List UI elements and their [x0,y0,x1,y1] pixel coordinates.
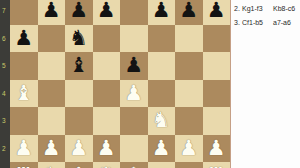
white-pawn: ♟ [124,83,143,104]
square-c1[interactable]: ♝ [65,162,93,168]
square-d3[interactable] [93,107,121,135]
square-g3[interactable] [175,107,203,135]
square-d2[interactable]: ♟ [93,135,121,163]
square-a5[interactable] [10,52,38,80]
square-d1[interactable]: ♛ [93,162,121,168]
square-b1[interactable]: ♞ [38,162,66,168]
move-number: 3. [234,16,242,30]
move-row-3: 3. Cf1-b5 a7-a6 [231,16,300,30]
square-g6[interactable] [175,25,203,53]
square-h5[interactable] [203,52,231,80]
square-a2[interactable]: ♟ [10,135,38,163]
black-pawn: ♟ [97,0,116,21]
square-e4[interactable]: ♟ [120,80,148,108]
square-a6[interactable]: ♟ [10,25,38,53]
black-pawn: ♟ [124,55,143,76]
square-g5[interactable] [175,52,203,80]
white-bishop: ♝ [69,165,88,168]
square-f5[interactable] [148,52,176,80]
square-c3[interactable] [65,107,93,135]
square-h7[interactable]: ♟ [203,0,231,25]
white-pawn: ♟ [97,138,116,159]
square-f3[interactable]: ♞ [148,107,176,135]
black-pawn: ♟ [69,0,88,21]
square-g1[interactable] [175,162,203,168]
square-g4[interactable] [175,80,203,108]
square-b3[interactable] [38,107,66,135]
rank-label-4: 4 [2,91,6,98]
square-d5[interactable] [93,52,121,80]
board-viewport: 7 6 5 4 3 2 ♟♟♟♟♟♟♟♞♝♟♝♟♞♟♟♟♟♟♟♟♜♞♝♛♚♜ [0,0,230,168]
rank-label-2: 2 [2,146,6,153]
white-queen: ♛ [97,165,116,168]
square-g2[interactable]: ♟ [175,135,203,163]
square-f7[interactable]: ♟ [148,0,176,25]
square-e6[interactable] [120,25,148,53]
white-pawn: ♟ [69,138,88,159]
white-knight: ♞ [152,110,171,131]
square-c7[interactable]: ♟ [65,0,93,25]
square-h6[interactable] [203,25,231,53]
square-c5[interactable]: ♝ [65,52,93,80]
square-d4[interactable] [93,80,121,108]
square-a4[interactable]: ♝ [10,80,38,108]
square-d6[interactable] [93,25,121,53]
white-pawn: ♟ [152,138,171,159]
rank-label-6: 6 [2,36,6,43]
black-pawn: ♟ [14,28,33,49]
white-pawn: ♟ [179,138,198,159]
square-e7[interactable] [120,0,148,25]
square-b5[interactable] [38,52,66,80]
square-b4[interactable] [38,80,66,108]
square-c2[interactable]: ♟ [65,135,93,163]
move-row-2: 2. Kg1-f3 Kb8-c6 [231,2,300,16]
square-b6[interactable] [38,25,66,53]
square-e3[interactable] [120,107,148,135]
square-g7[interactable]: ♟ [175,0,203,25]
square-b7[interactable]: ♟ [38,0,66,25]
white-rook: ♜ [207,165,226,168]
square-c4[interactable] [65,80,93,108]
square-e5[interactable]: ♟ [120,52,148,80]
white-rook: ♜ [14,165,33,168]
chess-app-window: 7 6 5 4 3 2 ♟♟♟♟♟♟♟♞♝♟♝♟♞♟♟♟♟♟♟♟♜♞♝♛♚♜ 2… [0,0,300,168]
square-a7[interactable] [10,0,38,25]
square-e1[interactable]: ♚ [120,162,148,168]
square-h3[interactable] [203,107,231,135]
black-pawn: ♟ [179,0,198,21]
white-pawn: ♟ [14,138,33,159]
black-bishop: ♝ [69,55,88,76]
black-pawn: ♟ [152,0,171,21]
square-c6[interactable]: ♞ [65,25,93,53]
white-king: ♚ [124,165,143,168]
white-bishop: ♝ [14,83,33,104]
rank-labels: 7 6 5 4 3 2 [0,0,10,168]
square-d7[interactable]: ♟ [93,0,121,25]
square-f2[interactable]: ♟ [148,135,176,163]
move-list-panel: 2. Kg1-f3 Kb8-c6 3. Cf1-b5 a7-a6 [230,0,300,168]
white-pawn: ♟ [42,138,61,159]
square-f6[interactable] [148,25,176,53]
black-knight: ♞ [69,28,88,49]
square-f1[interactable] [148,162,176,168]
chess-board[interactable]: ♟♟♟♟♟♟♟♞♝♟♝♟♞♟♟♟♟♟♟♟♜♞♝♛♚♜ [10,0,230,168]
white-pawn: ♟ [207,138,226,159]
square-a3[interactable] [10,107,38,135]
black-move-text[interactable]: a7-a6 [273,16,300,30]
rank-label-5: 5 [2,63,6,70]
square-h1[interactable]: ♜ [203,162,231,168]
move-number: 2. [234,2,242,16]
black-pawn: ♟ [207,0,226,21]
square-a1[interactable]: ♜ [10,162,38,168]
square-f4[interactable] [148,80,176,108]
rank-label-7: 7 [2,8,6,15]
square-b2[interactable]: ♟ [38,135,66,163]
white-move-text[interactable]: Cf1-b5 [242,16,273,30]
square-h4[interactable] [203,80,231,108]
rank-label-3: 3 [2,118,6,125]
black-pawn: ♟ [42,0,61,21]
white-knight: ♞ [42,165,61,168]
white-move-text[interactable]: Kg1-f3 [242,2,273,16]
square-e2[interactable] [120,135,148,163]
black-move-text[interactable]: Kb8-c6 [273,2,300,16]
square-h2[interactable]: ♟ [203,135,231,163]
